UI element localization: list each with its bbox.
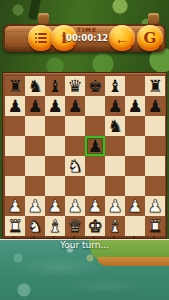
chess-board-frame: ♜♞♝♛♚♝♜♟♟♟♟♟♟♟♞♟♞♟♟♟♟♟♟♟♟♜♞♝♛♚♝♜ bbox=[2, 72, 167, 239]
piece-white-queen[interactable]: ♛ bbox=[67, 216, 82, 236]
piece-white-pawn[interactable]: ♟ bbox=[127, 196, 142, 216]
square-a1[interactable]: ♜ bbox=[5, 216, 25, 236]
square-a6[interactable] bbox=[5, 116, 25, 136]
square-d5[interactable] bbox=[65, 136, 85, 156]
square-g7[interactable]: ♟ bbox=[125, 96, 145, 116]
square-b2[interactable]: ♟ bbox=[25, 196, 45, 216]
square-d2[interactable]: ♟ bbox=[65, 196, 85, 216]
app-screen: i TIME 00:00:12 ← G ♜♞♝♛♚♝♜♟♟♟♟♟♟♟♞♟♞♟♟♟… bbox=[0, 0, 169, 300]
river-bank-edge bbox=[97, 257, 169, 266]
square-d3[interactable] bbox=[65, 176, 85, 196]
square-g4[interactable] bbox=[125, 156, 145, 176]
square-c7[interactable]: ♟ bbox=[45, 96, 65, 116]
piece-black-king[interactable]: ♚ bbox=[87, 76, 102, 96]
piece-black-pawn[interactable]: ♟ bbox=[87, 136, 102, 156]
g-icon: G bbox=[144, 30, 157, 46]
square-b3[interactable] bbox=[25, 176, 45, 196]
square-g1[interactable] bbox=[125, 216, 145, 236]
square-c1[interactable]: ♝ bbox=[45, 216, 65, 236]
piece-white-pawn[interactable]: ♟ bbox=[7, 196, 22, 216]
square-h6[interactable] bbox=[145, 116, 165, 136]
square-h3[interactable] bbox=[145, 176, 165, 196]
square-f2[interactable]: ♟ bbox=[105, 196, 125, 216]
piece-black-pawn[interactable]: ♟ bbox=[7, 96, 22, 116]
square-c4[interactable] bbox=[45, 156, 65, 176]
square-c5[interactable] bbox=[45, 136, 65, 156]
piece-black-rook[interactable]: ♜ bbox=[147, 76, 162, 96]
square-b4[interactable] bbox=[25, 156, 45, 176]
piece-white-knight[interactable]: ♞ bbox=[27, 216, 42, 236]
piece-white-pawn[interactable]: ♟ bbox=[27, 196, 42, 216]
board-grid: ♜♞♝♛♚♝♜♟♟♟♟♟♟♟♞♟♞♟♟♟♟♟♟♟♟♜♞♝♛♚♝♜ bbox=[5, 76, 165, 236]
square-g6[interactable] bbox=[125, 116, 145, 136]
piece-black-knight[interactable]: ♞ bbox=[27, 76, 42, 96]
square-f8[interactable]: ♝ bbox=[105, 76, 125, 96]
square-g2[interactable]: ♟ bbox=[125, 196, 145, 216]
piece-black-bishop[interactable]: ♝ bbox=[107, 76, 122, 96]
square-e2[interactable]: ♟ bbox=[85, 196, 105, 216]
piece-black-queen[interactable]: ♛ bbox=[67, 76, 82, 96]
square-h5[interactable] bbox=[145, 136, 165, 156]
square-c8[interactable]: ♝ bbox=[45, 76, 65, 96]
square-g3[interactable] bbox=[125, 176, 145, 196]
piece-white-knight[interactable]: ♞ bbox=[67, 156, 82, 176]
time-value: 00:00:12 bbox=[66, 33, 108, 43]
piece-white-pawn[interactable]: ♟ bbox=[107, 196, 122, 216]
piece-white-pawn[interactable]: ♟ bbox=[67, 196, 82, 216]
piece-white-pawn[interactable]: ♟ bbox=[47, 196, 62, 216]
piece-black-knight[interactable]: ♞ bbox=[107, 116, 122, 136]
piece-white-king[interactable]: ♚ bbox=[87, 216, 102, 236]
square-d6[interactable] bbox=[65, 116, 85, 136]
piece-black-rook[interactable]: ♜ bbox=[7, 76, 22, 96]
square-h4[interactable] bbox=[145, 156, 165, 176]
square-f6[interactable]: ♞ bbox=[105, 116, 125, 136]
piece-white-pawn[interactable]: ♟ bbox=[87, 196, 102, 216]
square-f4[interactable] bbox=[105, 156, 125, 176]
square-e8[interactable]: ♚ bbox=[85, 76, 105, 96]
back-arrow-icon: ← bbox=[115, 31, 130, 46]
square-b7[interactable]: ♟ bbox=[25, 96, 45, 116]
piece-black-pawn[interactable]: ♟ bbox=[27, 96, 42, 116]
square-h2[interactable]: ♟ bbox=[145, 196, 165, 216]
square-a4[interactable] bbox=[5, 156, 25, 176]
square-f3[interactable] bbox=[105, 176, 125, 196]
square-a3[interactable] bbox=[5, 176, 25, 196]
square-e3[interactable] bbox=[85, 176, 105, 196]
square-b5[interactable] bbox=[25, 136, 45, 156]
square-e6[interactable] bbox=[85, 116, 105, 136]
square-d8[interactable]: ♛ bbox=[65, 76, 85, 96]
square-c2[interactable]: ♟ bbox=[45, 196, 65, 216]
square-d7[interactable]: ♟ bbox=[65, 96, 85, 116]
piece-white-rook[interactable]: ♜ bbox=[147, 216, 162, 236]
square-g5[interactable] bbox=[125, 136, 145, 156]
top-bar: i TIME 00:00:12 ← G bbox=[0, 0, 169, 58]
square-b6[interactable] bbox=[25, 116, 45, 136]
square-f5[interactable] bbox=[105, 136, 125, 156]
piece-black-pawn[interactable]: ♟ bbox=[127, 96, 142, 116]
square-h8[interactable]: ♜ bbox=[145, 76, 165, 96]
square-c3[interactable] bbox=[45, 176, 65, 196]
square-e7[interactable] bbox=[85, 96, 105, 116]
list-menu-icon bbox=[35, 33, 47, 43]
square-e5[interactable]: ♟ bbox=[85, 136, 105, 156]
square-a5[interactable] bbox=[5, 136, 25, 156]
square-b1[interactable]: ♞ bbox=[25, 216, 45, 236]
square-h1[interactable]: ♜ bbox=[145, 216, 165, 236]
google-games-button[interactable]: G bbox=[137, 25, 163, 51]
time-label: TIME bbox=[66, 26, 108, 33]
square-a7[interactable]: ♟ bbox=[5, 96, 25, 116]
status-message: Your turn... bbox=[0, 240, 169, 250]
piece-black-bishop[interactable]: ♝ bbox=[47, 76, 62, 96]
piece-white-bishop[interactable]: ♝ bbox=[107, 216, 122, 236]
square-a2[interactable]: ♟ bbox=[5, 196, 25, 216]
square-f1[interactable]: ♝ bbox=[105, 216, 125, 236]
square-g8[interactable] bbox=[125, 76, 145, 96]
square-e1[interactable]: ♚ bbox=[85, 216, 105, 236]
piece-white-pawn[interactable]: ♟ bbox=[147, 196, 162, 216]
piece-black-pawn[interactable]: ♟ bbox=[147, 96, 162, 116]
square-d4[interactable]: ♞ bbox=[65, 156, 85, 176]
game-timer: TIME 00:00:12 bbox=[66, 26, 108, 43]
piece-black-pawn[interactable]: ♟ bbox=[47, 96, 62, 116]
square-h7[interactable]: ♟ bbox=[145, 96, 165, 116]
frame-marks bbox=[5, 236, 164, 239]
back-button[interactable]: ← bbox=[109, 25, 135, 51]
square-e4[interactable] bbox=[85, 156, 105, 176]
piece-black-pawn[interactable]: ♟ bbox=[107, 96, 122, 116]
piece-white-bishop[interactable]: ♝ bbox=[47, 216, 62, 236]
square-c6[interactable] bbox=[45, 116, 65, 136]
piece-black-pawn[interactable]: ♟ bbox=[67, 96, 82, 116]
square-f7[interactable]: ♟ bbox=[105, 96, 125, 116]
square-b8[interactable]: ♞ bbox=[25, 76, 45, 96]
piece-white-rook[interactable]: ♜ bbox=[7, 216, 22, 236]
square-d1[interactable]: ♛ bbox=[65, 216, 85, 236]
square-a8[interactable]: ♜ bbox=[5, 76, 25, 96]
